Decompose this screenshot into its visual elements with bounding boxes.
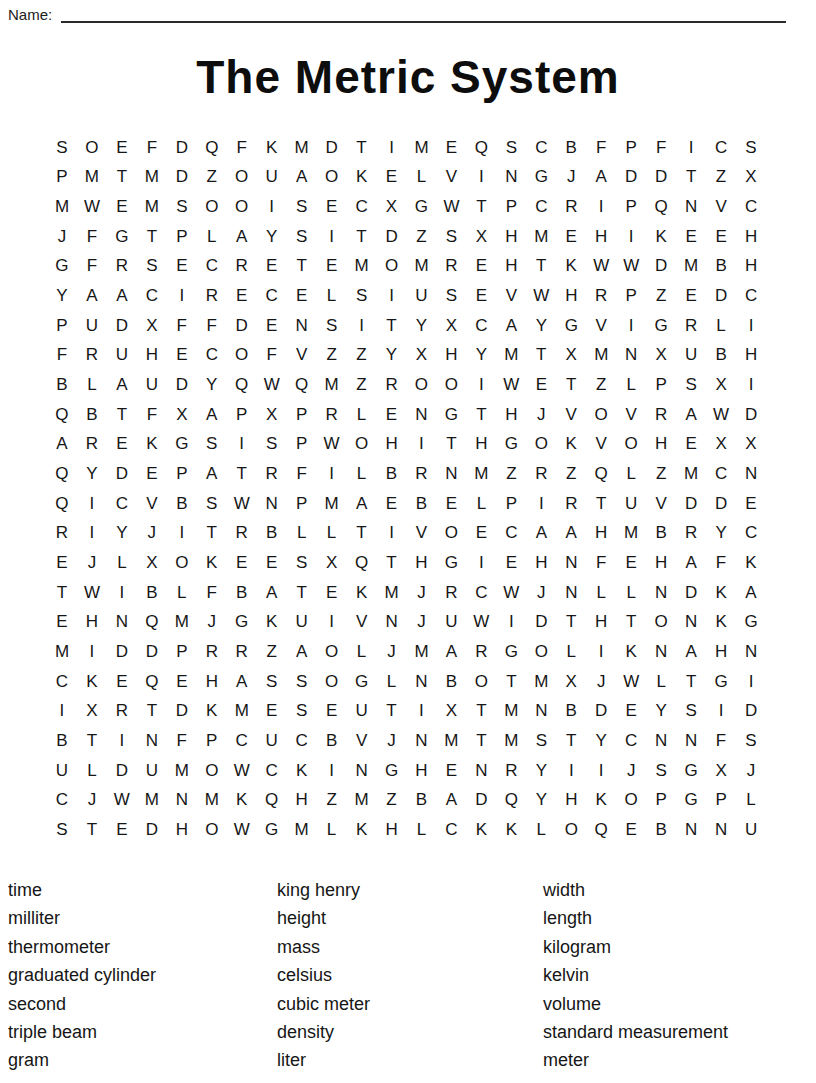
grid-cell: F	[586, 548, 616, 578]
grid-cell: O	[197, 192, 227, 222]
grid-cell: O	[646, 608, 676, 638]
grid-cell: T	[377, 697, 407, 727]
grid-cell: J	[586, 667, 616, 697]
grid-cell: L	[706, 311, 736, 341]
grid-cell: D	[706, 281, 736, 311]
grid-cell: N	[646, 578, 676, 608]
grid-cell: Z	[347, 341, 377, 371]
grid-cell: I	[377, 519, 407, 549]
word-item: celsius	[277, 961, 370, 989]
grid-cell: J	[526, 578, 556, 608]
grid-cell: D	[676, 578, 706, 608]
grid-cell: U	[287, 608, 317, 638]
grid-cell: I	[377, 133, 407, 163]
grid-cell: Y	[47, 281, 77, 311]
grid-cell: X	[167, 400, 197, 430]
grid-cell: X	[407, 341, 437, 371]
word-item: standard measurement	[543, 1018, 728, 1046]
grid-cell: W	[317, 430, 347, 460]
grid-cell: H	[646, 430, 676, 460]
grid-cell: D	[646, 163, 676, 193]
grid-cell: R	[227, 519, 257, 549]
word-item: triple beam	[8, 1018, 156, 1046]
grid-cell: P	[287, 430, 317, 460]
grid-cell: D	[107, 637, 137, 667]
grid-cell: R	[466, 637, 496, 667]
grid-cell: T	[466, 192, 496, 222]
grid-cell: G	[377, 756, 407, 786]
grid-cell: V	[137, 489, 167, 519]
grid-cell: A	[47, 430, 77, 460]
grid-cell: P	[47, 163, 77, 193]
grid-cell: H	[736, 341, 766, 371]
grid-cell: E	[167, 341, 197, 371]
grid-cell: E	[676, 430, 706, 460]
grid-cell: R	[676, 311, 706, 341]
grid-cell: Q	[586, 815, 616, 845]
grid-cell: T	[197, 519, 227, 549]
grid-cell: K	[197, 697, 227, 727]
grid-cell: I	[556, 756, 586, 786]
grid-cell: T	[377, 548, 407, 578]
grid-cell: D	[736, 400, 766, 430]
grid-cell: E	[287, 281, 317, 311]
grid-cell: N	[407, 400, 437, 430]
grid-cell: E	[317, 192, 347, 222]
grid-cell: G	[257, 815, 287, 845]
grid-cell: K	[257, 133, 287, 163]
grid-cell: A	[257, 578, 287, 608]
grid-cell: H	[706, 637, 736, 667]
grid-cell: X	[137, 548, 167, 578]
grid-cell: X	[706, 756, 736, 786]
grid-cell: F	[646, 133, 676, 163]
grid-cell: U	[257, 726, 287, 756]
grid-cell: I	[466, 163, 496, 193]
grid-cell: T	[466, 697, 496, 727]
grid-cell: M	[676, 459, 706, 489]
grid-cell: Y	[407, 311, 437, 341]
grid-cell: I	[167, 519, 197, 549]
grid-cell: O	[526, 430, 556, 460]
grid-cell: G	[556, 311, 586, 341]
grid-cell: I	[407, 697, 437, 727]
grid-cell: L	[466, 489, 496, 519]
grid-cell: A	[586, 163, 616, 193]
grid-cell: M	[347, 252, 377, 282]
grid-cell: N	[706, 815, 736, 845]
grid-cell: F	[137, 400, 167, 430]
grid-cell: N	[407, 667, 437, 697]
grid-cell: C	[347, 192, 377, 222]
grid-cell: G	[227, 608, 257, 638]
grid-cell: O	[436, 519, 466, 549]
grid-cell: C	[616, 726, 646, 756]
grid-cell: T	[676, 667, 706, 697]
grid-cell: U	[347, 697, 377, 727]
grid-cell: T	[77, 726, 107, 756]
grid-cell: C	[197, 252, 227, 282]
word-list-column-1: time milliter thermometer graduated cyli…	[8, 876, 156, 1075]
grid-cell: T	[347, 133, 377, 163]
grid-cell: I	[586, 192, 616, 222]
grid-cell: E	[257, 252, 287, 282]
grid-cell: G	[706, 667, 736, 697]
grid-cell: I	[257, 192, 287, 222]
grid-cell: M	[287, 133, 317, 163]
grid-cell: M	[407, 252, 437, 282]
grid-cell: E	[47, 608, 77, 638]
grid-cell: G	[496, 637, 526, 667]
grid-cell: L	[317, 281, 347, 311]
grid-cell: S	[257, 667, 287, 697]
grid-cell: D	[227, 311, 257, 341]
grid-cell: B	[556, 133, 586, 163]
grid-cell: D	[616, 163, 646, 193]
grid-cell: K	[227, 786, 257, 816]
grid-cell: X	[706, 430, 736, 460]
grid-cell: G	[167, 430, 197, 460]
grid-cell: L	[77, 756, 107, 786]
grid-cell: O	[197, 756, 227, 786]
grid-cell: L	[646, 667, 676, 697]
grid-cell: D	[107, 756, 137, 786]
grid-cell: J	[407, 608, 437, 638]
word-item: liter	[277, 1046, 370, 1074]
grid-cell: H	[137, 341, 167, 371]
grid-cell: T	[107, 163, 137, 193]
grid-cell: Q	[646, 192, 676, 222]
grid-cell: N	[436, 459, 466, 489]
grid-cell: E	[107, 430, 137, 460]
grid-cell: C	[257, 281, 287, 311]
grid-cell: Z	[646, 281, 676, 311]
grid-cell: B	[77, 400, 107, 430]
grid-cell: R	[676, 519, 706, 549]
grid-cell: C	[436, 815, 466, 845]
grid-cell: L	[556, 637, 586, 667]
grid-cell: D	[137, 815, 167, 845]
grid-cell: N	[676, 608, 706, 638]
grid-cell: I	[736, 370, 766, 400]
grid-cell: W	[466, 608, 496, 638]
grid-cell: Y	[526, 311, 556, 341]
grid-cell: I	[107, 578, 137, 608]
grid-cell: T	[616, 608, 646, 638]
grid-cell: H	[287, 786, 317, 816]
grid-cell: H	[586, 608, 616, 638]
grid-cell: B	[167, 489, 197, 519]
grid-cell: Y	[526, 786, 556, 816]
grid-cell: U	[616, 489, 646, 519]
grid-cell: K	[77, 667, 107, 697]
grid-cell: H	[407, 756, 437, 786]
grid-cell: B	[407, 489, 437, 519]
grid-cell: R	[77, 430, 107, 460]
grid-cell: E	[257, 548, 287, 578]
grid-cell: S	[167, 192, 197, 222]
grid-cell: H	[436, 341, 466, 371]
grid-cell: X	[736, 163, 766, 193]
grid-cell: R	[227, 637, 257, 667]
grid-cell: X	[257, 400, 287, 430]
grid-cell: V	[347, 726, 377, 756]
grid-cell: B	[317, 726, 347, 756]
grid-cell: Z	[377, 786, 407, 816]
grid-cell: K	[466, 815, 496, 845]
grid-cell: F	[167, 311, 197, 341]
grid-cell: M	[227, 697, 257, 727]
grid-cell: W	[227, 756, 257, 786]
grid-cell: P	[227, 400, 257, 430]
grid-cell: E	[616, 548, 646, 578]
grid-cell: T	[137, 222, 167, 252]
grid-cell: A	[227, 667, 257, 697]
grid-cell: Q	[47, 459, 77, 489]
name-blank-line	[61, 6, 786, 23]
grid-cell: C	[197, 341, 227, 371]
grid-cell: K	[496, 815, 526, 845]
grid-cell: M	[496, 726, 526, 756]
grid-cell: Z	[347, 370, 377, 400]
grid-cell: F	[287, 459, 317, 489]
grid-cell: C	[107, 489, 137, 519]
grid-cell: I	[317, 222, 347, 252]
grid-cell: D	[736, 697, 766, 727]
grid-cell: B	[436, 667, 466, 697]
grid-cell: O	[227, 163, 257, 193]
word-list-column-3: width length kilogram kelvin volume stan…	[543, 876, 728, 1075]
grid-cell: M	[47, 192, 77, 222]
grid-cell: C	[47, 667, 77, 697]
grid-cell: T	[466, 726, 496, 756]
grid-cell: T	[347, 519, 377, 549]
grid-cell: Y	[257, 222, 287, 252]
grid-cell: M	[407, 133, 437, 163]
grid-cell: N	[407, 726, 437, 756]
grid-cell: K	[347, 578, 377, 608]
grid-cell: I	[77, 489, 107, 519]
grid-cell: E	[377, 400, 407, 430]
grid-cell: M	[377, 578, 407, 608]
grid-cell: H	[167, 815, 197, 845]
grid-cell: Y	[107, 519, 137, 549]
grid-cell: H	[736, 222, 766, 252]
grid-cell: H	[77, 608, 107, 638]
grid-cell: E	[466, 281, 496, 311]
grid-cell: J	[526, 400, 556, 430]
grid-cell: F	[47, 341, 77, 371]
grid-cell: M	[436, 726, 466, 756]
grid-cell: F	[227, 133, 257, 163]
grid-cell: K	[616, 637, 646, 667]
grid-cell: A	[197, 400, 227, 430]
grid-cell: R	[436, 578, 466, 608]
grid-cell: L	[107, 548, 137, 578]
word-item: cubic meter	[277, 990, 370, 1018]
grid-cell: G	[436, 400, 466, 430]
grid-cell: M	[586, 341, 616, 371]
grid-cell: S	[317, 311, 347, 341]
grid-cell: R	[227, 252, 257, 282]
grid-cell: Q	[47, 400, 77, 430]
grid-cell: B	[377, 459, 407, 489]
grid-cell: W	[107, 786, 137, 816]
grid-cell: D	[586, 697, 616, 727]
grid-cell: E	[317, 578, 347, 608]
grid-cell: L	[736, 786, 766, 816]
grid-cell: S	[47, 133, 77, 163]
grid-cell: M	[47, 637, 77, 667]
grid-cell: G	[736, 608, 766, 638]
grid-cell: R	[646, 400, 676, 430]
grid-cell: C	[287, 726, 317, 756]
grid-cell: J	[77, 786, 107, 816]
grid-cell: A	[526, 519, 556, 549]
word-item: width	[543, 876, 728, 904]
grid-cell: S	[496, 133, 526, 163]
grid-cell: I	[47, 697, 77, 727]
grid-cell: I	[77, 637, 107, 667]
grid-cell: E	[107, 192, 137, 222]
grid-cell: W	[496, 578, 526, 608]
grid-cell: Z	[586, 370, 616, 400]
grid-cell: K	[257, 608, 287, 638]
grid-cell: B	[47, 370, 77, 400]
grid-cell: A	[496, 311, 526, 341]
grid-cell: I	[377, 281, 407, 311]
grid-cell: T	[107, 400, 137, 430]
grid-cell: G	[496, 430, 526, 460]
grid-cell: X	[436, 311, 466, 341]
grid-cell: F	[77, 252, 107, 282]
grid-cell: H	[586, 222, 616, 252]
grid-cell: R	[257, 459, 287, 489]
grid-cell: N	[466, 756, 496, 786]
grid-cell: Z	[317, 341, 347, 371]
grid-cell: V	[586, 430, 616, 460]
grid-cell: Y	[466, 341, 496, 371]
grid-cell: K	[347, 163, 377, 193]
grid-cell: W	[227, 815, 257, 845]
grid-cell: M	[317, 370, 347, 400]
grid-cell: S	[436, 222, 466, 252]
grid-cell: X	[556, 341, 586, 371]
grid-cell: T	[137, 697, 167, 727]
grid-cell: P	[706, 786, 736, 816]
grid-cell: K	[586, 786, 616, 816]
grid-cell: G	[47, 252, 77, 282]
grid-cell: E	[616, 815, 646, 845]
grid-cell: E	[47, 548, 77, 578]
grid-cell: U	[257, 163, 287, 193]
grid-cell: E	[107, 667, 137, 697]
grid-cell: I	[706, 697, 736, 727]
grid-cell: G	[347, 667, 377, 697]
grid-cell: E	[377, 163, 407, 193]
grid-cell: N	[167, 786, 197, 816]
grid-cell: U	[436, 608, 466, 638]
grid-cell: S	[676, 370, 706, 400]
grid-cell: I	[586, 756, 616, 786]
grid-cell: H	[526, 548, 556, 578]
grid-cell: B	[646, 519, 676, 549]
grid-cell: B	[47, 726, 77, 756]
grid-cell: N	[556, 578, 586, 608]
grid-cell: I	[77, 519, 107, 549]
grid-cell: S	[646, 756, 676, 786]
grid-cell: Q	[197, 133, 227, 163]
grid-cell: R	[407, 459, 437, 489]
grid-cell: L	[616, 578, 646, 608]
grid-cell: S	[736, 726, 766, 756]
grid-cell: P	[616, 192, 646, 222]
word-list-column-2: king henry height mass celsius cubic met…	[277, 876, 370, 1075]
grid-cell: H	[377, 430, 407, 460]
grid-cell: J	[407, 578, 437, 608]
grid-cell: T	[586, 489, 616, 519]
grid-cell: U	[47, 756, 77, 786]
word-item: height	[277, 904, 370, 932]
grid-cell: E	[227, 548, 257, 578]
grid-cell: H	[197, 667, 227, 697]
grid-cell: N	[556, 548, 586, 578]
grid-cell: Q	[137, 608, 167, 638]
grid-cell: T	[287, 252, 317, 282]
grid-cell: L	[347, 459, 377, 489]
grid-cell: R	[586, 281, 616, 311]
grid-cell: M	[137, 192, 167, 222]
grid-cell: J	[616, 756, 646, 786]
grid-cell: I	[676, 133, 706, 163]
grid-cell: N	[736, 637, 766, 667]
grid-cell: S	[287, 222, 317, 252]
grid-cell: D	[317, 133, 347, 163]
grid-cell: R	[377, 370, 407, 400]
grid-cell: T	[466, 400, 496, 430]
grid-cell: O	[317, 163, 347, 193]
grid-cell: I	[496, 608, 526, 638]
grid-cell: M	[616, 519, 646, 549]
grid-cell: X	[377, 192, 407, 222]
grid-cell: S	[287, 667, 317, 697]
grid-cell: D	[466, 786, 496, 816]
grid-cell: W	[436, 192, 466, 222]
grid-cell: H	[466, 430, 496, 460]
grid-cell: Y	[526, 756, 556, 786]
grid-cell: U	[137, 370, 167, 400]
grid-cell: Q	[586, 459, 616, 489]
grid-cell: Y	[646, 697, 676, 727]
grid-cell: W	[227, 489, 257, 519]
grid-cell: V	[646, 489, 676, 519]
grid-cell: T	[556, 370, 586, 400]
word-item: king henry	[277, 876, 370, 904]
grid-cell: M	[466, 459, 496, 489]
grid-cell: E	[436, 133, 466, 163]
page-title: The Metric System	[0, 50, 816, 104]
grid-cell: N	[377, 608, 407, 638]
grid-cell: E	[107, 133, 137, 163]
word-item: length	[543, 904, 728, 932]
grid-cell: E	[736, 489, 766, 519]
grid-cell: I	[347, 311, 377, 341]
grid-cell: P	[167, 459, 197, 489]
grid-cell: W	[526, 281, 556, 311]
grid-cell: O	[556, 815, 586, 845]
grid-cell: C	[227, 726, 257, 756]
word-item: meter	[543, 1046, 728, 1074]
